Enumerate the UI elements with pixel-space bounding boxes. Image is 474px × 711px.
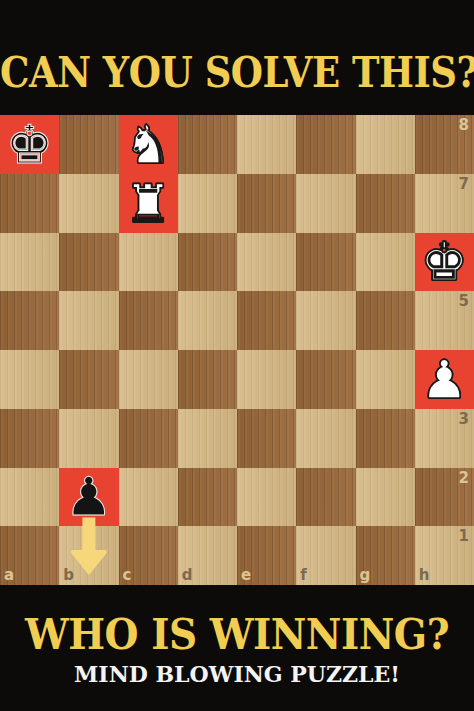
- white-rook-icon: ♜: [124, 177, 172, 230]
- square-e6: [237, 233, 296, 292]
- file-label-f: f: [300, 568, 307, 583]
- footer-subheadline: MIND BLOWING PUZZLE!: [0, 661, 474, 687]
- square-c8: ♞: [119, 115, 178, 174]
- square-d2: [178, 468, 237, 527]
- file-label-d: d: [182, 568, 193, 583]
- square-a1: a: [0, 526, 59, 585]
- square-a8: ♚: [0, 115, 59, 174]
- file-label-a: a: [4, 568, 14, 583]
- square-g6: [356, 233, 415, 292]
- white-knight-icon: ♞: [124, 118, 172, 171]
- square-d8: [178, 115, 237, 174]
- square-f8: [296, 115, 355, 174]
- square-b6: [59, 233, 118, 292]
- square-e8: [237, 115, 296, 174]
- white-king-icon: ♚: [421, 235, 469, 288]
- square-d6: [178, 233, 237, 292]
- square-b4: [59, 350, 118, 409]
- square-g4: [356, 350, 415, 409]
- square-c2: [119, 468, 178, 527]
- file-label-b: b: [63, 568, 74, 583]
- file-label-e: e: [241, 568, 251, 583]
- square-c1: c: [119, 526, 178, 585]
- square-g5: [356, 291, 415, 350]
- rank-label-8: 8: [459, 118, 469, 133]
- square-f5: [296, 291, 355, 350]
- square-b2: ♟: [59, 468, 118, 527]
- square-h6: ♚: [415, 233, 474, 292]
- square-e5: [237, 291, 296, 350]
- square-a7: [0, 174, 59, 233]
- square-h7: 7: [415, 174, 474, 233]
- square-g1: g: [356, 526, 415, 585]
- black-pawn-icon: ♟: [65, 470, 113, 523]
- square-b5: [59, 291, 118, 350]
- square-h4: ♟: [415, 350, 474, 409]
- page-title: CAN YOU SOLVE THIS?: [0, 47, 474, 97]
- square-h5: 5: [415, 291, 474, 350]
- rank-label-2: 2: [459, 471, 469, 486]
- square-f6: [296, 233, 355, 292]
- footer-headline: WHO IS WINNING?: [0, 608, 474, 659]
- black-king-icon: ♚: [6, 118, 54, 171]
- square-d1: d: [178, 526, 237, 585]
- puzzle-poster: CAN YOU SOLVE THIS? ♚♞8♜7♚5♟3♟2abcdefg1h…: [0, 0, 474, 711]
- square-a5: [0, 291, 59, 350]
- square-c3: [119, 409, 178, 468]
- square-g3: [356, 409, 415, 468]
- square-d5: [178, 291, 237, 350]
- square-c7: ♜: [119, 174, 178, 233]
- file-label-g: g: [360, 568, 371, 583]
- square-g2: [356, 468, 415, 527]
- square-b8: [59, 115, 118, 174]
- square-c6: [119, 233, 178, 292]
- square-f2: [296, 468, 355, 527]
- square-a4: [0, 350, 59, 409]
- square-e3: [237, 409, 296, 468]
- square-h1: 1h: [415, 526, 474, 585]
- square-b1: b: [59, 526, 118, 585]
- rank-label-7: 7: [459, 177, 469, 192]
- square-d3: [178, 409, 237, 468]
- square-f1: f: [296, 526, 355, 585]
- square-a6: [0, 233, 59, 292]
- rank-label-1: 1: [459, 529, 469, 544]
- square-h3: 3: [415, 409, 474, 468]
- rank-label-3: 3: [459, 412, 469, 427]
- white-pawn-icon: ♟: [421, 353, 469, 406]
- file-label-c: c: [123, 568, 132, 583]
- square-f7: [296, 174, 355, 233]
- square-e2: [237, 468, 296, 527]
- square-h2: 2: [415, 468, 474, 527]
- square-c5: [119, 291, 178, 350]
- square-b3: [59, 409, 118, 468]
- square-d4: [178, 350, 237, 409]
- square-e1: e: [237, 526, 296, 585]
- square-d7: [178, 174, 237, 233]
- square-f3: [296, 409, 355, 468]
- square-e4: [237, 350, 296, 409]
- rank-label-5: 5: [459, 294, 469, 309]
- square-g7: [356, 174, 415, 233]
- square-c4: [119, 350, 178, 409]
- chess-board: ♚♞8♜7♚5♟3♟2abcdefg1h: [0, 115, 474, 585]
- square-a3: [0, 409, 59, 468]
- file-label-h: h: [419, 568, 430, 583]
- square-h8: 8: [415, 115, 474, 174]
- square-e7: [237, 174, 296, 233]
- square-g8: [356, 115, 415, 174]
- square-b7: [59, 174, 118, 233]
- square-a2: [0, 468, 59, 527]
- square-f4: [296, 350, 355, 409]
